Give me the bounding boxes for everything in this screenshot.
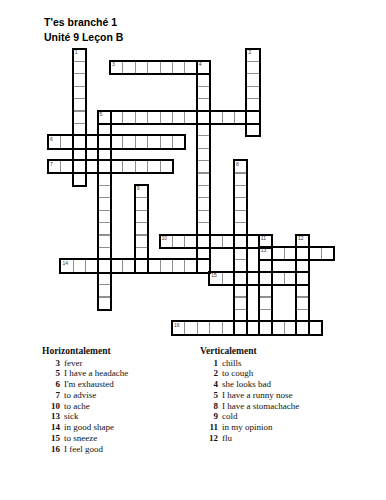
grid-cell[interactable] — [234, 284, 247, 297]
grid-cell[interactable] — [209, 111, 222, 124]
cell-number: 16 — [174, 323, 180, 328]
clue-number: 3 — [38, 358, 60, 369]
grid-cell[interactable] — [259, 272, 272, 285]
grid-cell[interactable] — [122, 111, 135, 124]
grid-cell[interactable] — [259, 321, 272, 334]
grid-cell[interactable] — [271, 247, 284, 260]
clue-text: she looks bad — [218, 379, 271, 390]
grid-cell[interactable] — [222, 321, 235, 334]
clue-row: 6I'm exhausted — [38, 379, 196, 390]
grid-cell[interactable] — [73, 61, 86, 74]
clue-number: 7 — [38, 390, 60, 401]
grid-cell[interactable] — [234, 197, 247, 210]
cell-number: 3 — [112, 62, 115, 67]
clue-text: I'm exhausted — [60, 379, 114, 390]
clue-text: I feel good — [60, 444, 103, 455]
grid-cell[interactable] — [98, 222, 111, 235]
grid-cell[interactable] — [321, 247, 334, 260]
clue-text: I have a headache — [60, 368, 128, 379]
cell-number: 13 — [261, 248, 267, 253]
grid-cell[interactable] — [98, 185, 111, 198]
grid-cell[interactable] — [160, 160, 173, 173]
clue-text: cold — [218, 411, 238, 422]
cell-number: 12 — [298, 236, 304, 241]
cell-number: 1 — [75, 50, 78, 55]
grid-cell[interactable] — [234, 247, 247, 260]
grid-cell[interactable] — [197, 73, 210, 86]
grid-cell[interactable] — [296, 272, 309, 285]
grid-cell[interactable] — [271, 272, 284, 285]
clue-row: 7to advise — [38, 390, 196, 401]
clue-number: 14 — [38, 422, 60, 433]
grid-cell[interactable] — [284, 321, 297, 334]
grid-cell[interactable] — [98, 210, 111, 223]
clue-row: 5I have a runny nose — [196, 390, 366, 401]
clue-text: to advise — [60, 390, 96, 401]
grid-cell[interactable] — [147, 111, 160, 124]
grid-cell[interactable] — [296, 321, 309, 334]
puzzle-title: T'es branché 1 Unité 9 Leçon B — [44, 15, 123, 44]
grid-cell[interactable] — [147, 61, 160, 74]
clue-text: I have a stomachache — [218, 401, 299, 412]
grid-cell[interactable] — [246, 235, 259, 248]
grid-cell[interactable] — [308, 247, 321, 260]
clue-text: flu — [218, 433, 232, 444]
puzzle-title-line2: Unité 9 Leçon B — [44, 30, 123, 45]
grid-cell[interactable] — [110, 259, 123, 272]
grid-cell[interactable] — [135, 61, 148, 74]
grid-cell[interactable] — [284, 272, 297, 285]
grid-cell[interactable] — [184, 235, 197, 248]
clue-row: 14in good shape — [38, 422, 196, 433]
grid-cell[interactable] — [135, 247, 148, 260]
grid-cell[interactable] — [184, 321, 197, 334]
grid-cell[interactable] — [172, 259, 185, 272]
grid-cell[interactable] — [172, 61, 185, 74]
grid-cell[interactable] — [197, 111, 210, 124]
grid-cell[interactable] — [135, 259, 148, 272]
grid-cell[interactable] — [73, 135, 86, 148]
clue-text: in good shape — [60, 422, 114, 433]
grid-cell[interactable] — [222, 111, 235, 124]
grid-cell[interactable] — [122, 160, 135, 173]
grid-cell[interactable] — [135, 235, 148, 248]
grid-cell[interactable] — [197, 222, 210, 235]
clue-row: 4she looks bad — [196, 379, 366, 390]
grid-cell[interactable] — [296, 309, 309, 322]
grid-cell[interactable] — [73, 160, 86, 173]
grid-cell[interactable] — [135, 197, 148, 210]
grid-cell[interactable] — [209, 235, 222, 248]
cell-number: 9 — [137, 186, 140, 191]
clue-text: to cough — [218, 368, 253, 379]
clue-text: in my opinion — [218, 422, 273, 433]
grid-cell[interactable] — [135, 222, 148, 235]
grid-cell[interactable] — [98, 272, 111, 285]
clue-text: to ache — [60, 401, 90, 412]
grid-cell[interactable] — [73, 111, 86, 124]
cell-number: 2 — [248, 50, 251, 55]
across-clues: Horizontalement 3fever5I have a headache… — [38, 346, 196, 455]
down-header: Verticalement — [196, 346, 366, 356]
clue-number: 5 — [38, 368, 60, 379]
grid-cell[interactable] — [197, 86, 210, 99]
clue-number: 15 — [38, 433, 60, 444]
grid-cell[interactable] — [122, 259, 135, 272]
grid-cell[interactable] — [234, 272, 247, 285]
clue-number: 11 — [196, 422, 218, 433]
grid-cell[interactable] — [246, 272, 259, 285]
grid-cell[interactable] — [122, 135, 135, 148]
grid-cell[interactable] — [98, 235, 111, 248]
grid-cell[interactable] — [197, 135, 210, 148]
grid-cell[interactable] — [98, 173, 111, 186]
grid-cell[interactable] — [98, 160, 111, 173]
grid-cell[interactable] — [73, 259, 86, 272]
clue-row: 9cold — [196, 411, 366, 422]
cell-number: 7 — [50, 162, 53, 167]
clue-number: 5 — [196, 390, 218, 401]
grid-cell[interactable] — [160, 61, 173, 74]
crossword-page: T'es branché 1 Unité 9 Leçon B 356710131… — [0, 0, 386, 500]
grid-cell[interactable] — [234, 309, 247, 322]
grid-cell[interactable] — [222, 235, 235, 248]
grid-cell[interactable] — [284, 247, 297, 260]
clue-text: I have a runny nose — [218, 390, 292, 401]
grid-cell[interactable] — [98, 259, 111, 272]
grid-cell[interactable] — [197, 160, 210, 173]
grid-cell[interactable] — [147, 135, 160, 148]
cell-number: 10 — [162, 236, 168, 241]
clue-number: 4 — [196, 379, 218, 390]
grid-cell[interactable] — [197, 197, 210, 210]
grid-cell[interactable] — [160, 135, 173, 148]
grid-cell[interactable] — [197, 148, 210, 161]
grid-cell[interactable] — [85, 135, 98, 148]
grid-cell[interactable] — [147, 259, 160, 272]
clue-number: 6 — [38, 379, 60, 390]
grid-cell[interactable] — [197, 123, 210, 136]
clue-row: 13sick — [38, 411, 196, 422]
grid-cell[interactable] — [246, 111, 259, 124]
grid-cell[interactable] — [73, 123, 86, 136]
grid-cell[interactable] — [296, 284, 309, 297]
grid-cell[interactable] — [296, 247, 309, 260]
cell-number: 4 — [199, 62, 202, 67]
grid-cell[interactable] — [73, 86, 86, 99]
clue-number: 16 — [38, 444, 60, 455]
clue-text: fever — [60, 358, 82, 369]
grid-cell[interactable] — [259, 309, 272, 322]
clue-row: 3fever — [38, 358, 196, 369]
grid-cell[interactable] — [197, 235, 210, 248]
cell-number: 11 — [261, 236, 266, 241]
grid-cell[interactable] — [246, 321, 259, 334]
clue-text: to sneeze — [60, 433, 97, 444]
grid-cell[interactable] — [98, 284, 111, 297]
grid-cell[interactable] — [73, 73, 86, 86]
grid-cell[interactable] — [184, 111, 197, 124]
grid-cell[interactable] — [296, 297, 309, 310]
grid-cell[interactable] — [160, 259, 173, 272]
clue-row: 15to sneeze — [38, 433, 196, 444]
grid-cell[interactable] — [259, 284, 272, 297]
grid-cell[interactable] — [98, 297, 111, 310]
clue-row: 2to cough — [196, 368, 366, 379]
grid-cell[interactable] — [259, 297, 272, 310]
grid-cell[interactable] — [85, 160, 98, 173]
grid-cell[interactable] — [197, 247, 210, 260]
grid-cell[interactable] — [110, 160, 123, 173]
grid-cell[interactable] — [234, 173, 247, 186]
clue-row: 16I feel good — [38, 444, 196, 455]
grid-cell[interactable] — [135, 210, 148, 223]
grid-cell[interactable] — [234, 259, 247, 272]
grid-cell[interactable] — [172, 235, 185, 248]
clue-number: 9 — [196, 411, 218, 422]
grid-cell[interactable] — [259, 259, 272, 272]
across-header: Horizontalement — [38, 346, 196, 356]
clue-row: 5I have a headache — [38, 368, 196, 379]
grid-cell[interactable] — [160, 111, 173, 124]
clue-number: 10 — [38, 401, 60, 412]
grid-cell[interactable] — [85, 259, 98, 272]
grid-cell[interactable] — [172, 111, 185, 124]
grid-cell[interactable] — [234, 222, 247, 235]
grid-cell[interactable] — [184, 61, 197, 74]
clue-number: 8 — [196, 401, 218, 412]
grid-cell[interactable] — [234, 185, 247, 198]
grid-cell[interactable] — [197, 210, 210, 223]
cell-number: 6 — [50, 137, 53, 142]
clue-number: 12 — [196, 433, 218, 444]
clue-row: 8I have a stomachache — [196, 401, 366, 412]
grid-cell[interactable] — [234, 297, 247, 310]
grid-cell[interactable] — [246, 123, 259, 136]
grid-cell[interactable] — [234, 210, 247, 223]
clue-text: chills — [218, 358, 242, 369]
grid-cell[interactable] — [60, 135, 73, 148]
grid-cell[interactable] — [172, 135, 185, 148]
grid-cell[interactable] — [308, 321, 321, 334]
grid-cell[interactable] — [197, 185, 210, 198]
grid-cell[interactable] — [110, 111, 123, 124]
grid-cell[interactable] — [98, 135, 111, 148]
clue-row: 10to ache — [38, 401, 196, 412]
grid-cell[interactable] — [234, 321, 247, 334]
grid-cell[interactable] — [271, 321, 284, 334]
grid-cell[interactable] — [184, 259, 197, 272]
puzzle-title-line1: T'es branché 1 — [44, 15, 123, 30]
grid-cell[interactable] — [246, 61, 259, 74]
grid-cell[interactable] — [98, 148, 111, 161]
grid-cell[interactable] — [135, 135, 148, 148]
grid-cell[interactable] — [110, 135, 123, 148]
across-clue-list: 3fever5I have a headache6I'm exhausted7t… — [38, 358, 196, 455]
grid-cell[interactable] — [246, 73, 259, 86]
grid-cell[interactable] — [60, 160, 73, 173]
grid-cell[interactable] — [246, 98, 259, 111]
clue-number: 13 — [38, 411, 60, 422]
cell-number: 5 — [100, 112, 103, 117]
down-clue-list: 1chills2to cough4she looks bad5I have a … — [196, 358, 366, 444]
grid-cell[interactable] — [98, 197, 111, 210]
grid-cell[interactable] — [234, 111, 247, 124]
clue-row: 11in my opinion — [196, 422, 366, 433]
grid-cell[interactable] — [73, 173, 86, 186]
cell-number: 14 — [62, 261, 68, 266]
down-clues: Verticalement 1chills2to cough4she looks… — [196, 346, 366, 444]
clue-number: 2 — [196, 368, 218, 379]
grid-cell[interactable] — [234, 235, 247, 248]
grid-cell[interactable] — [135, 111, 148, 124]
grid-cell[interactable] — [197, 321, 210, 334]
clue-text: sick — [60, 411, 79, 422]
cell-number: 8 — [236, 162, 239, 167]
grid-cell[interactable] — [73, 148, 86, 161]
grid-cell[interactable] — [98, 123, 111, 136]
clue-number: 1 — [196, 358, 218, 369]
grid-cell[interactable] — [197, 98, 210, 111]
grid-cell[interactable] — [246, 86, 259, 99]
grid-cell[interactable] — [197, 173, 210, 186]
grid-cell[interactable] — [98, 247, 111, 260]
clue-row: 12flu — [196, 433, 366, 444]
cell-number: 15 — [211, 273, 217, 278]
grid-cell[interactable] — [73, 98, 86, 111]
clue-row: 1chills — [196, 358, 366, 369]
grid-cell[interactable] — [296, 259, 309, 272]
grid-cell[interactable] — [209, 321, 222, 334]
grid-cell[interactable] — [122, 61, 135, 74]
grid-cell[interactable] — [135, 160, 148, 173]
grid-cell[interactable] — [147, 160, 160, 173]
grid-cell[interactable] — [197, 259, 210, 272]
grid-cell[interactable] — [222, 272, 235, 285]
